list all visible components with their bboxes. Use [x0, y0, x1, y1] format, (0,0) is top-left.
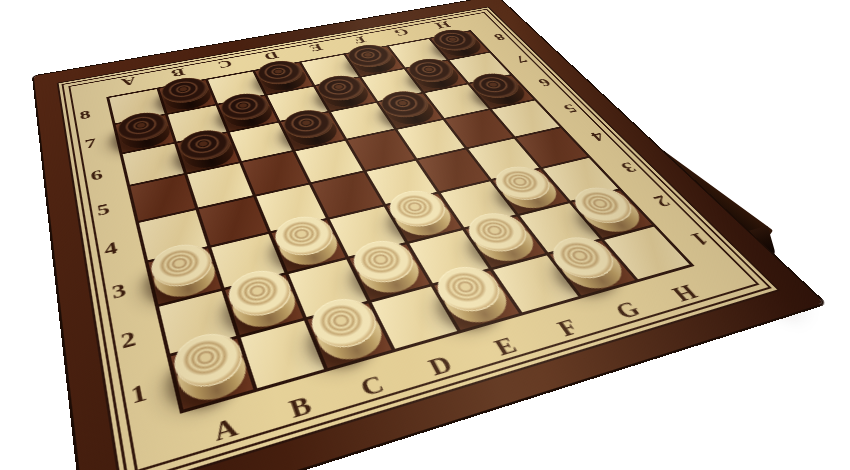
product-photo-stage: ABCDEFGH ABCDEFGH 87654321 87654321 [0, 0, 850, 470]
scene: ABCDEFGH ABCDEFGH 87654321 87654321 [0, 0, 850, 470]
checkers-board: ABCDEFGH ABCDEFGH 87654321 87654321 [34, 0, 824, 470]
